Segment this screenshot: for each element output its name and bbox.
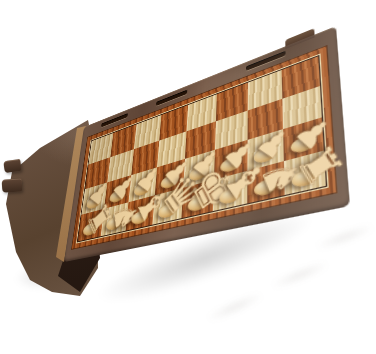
latch-knob <box>3 159 22 173</box>
piece-cast-shadow <box>191 282 279 331</box>
piece-cast-shadow <box>256 252 345 299</box>
pieces-layer: ♟♟♟♟♟♟♟♟♜♞♝♛♚♝♞♜ <box>64 26 350 262</box>
open-board-half: ♟♟♟♟♟♟♟♟♜♞♝♛♚♝♞♜ <box>64 26 350 262</box>
piece-cast-shadow <box>300 215 376 259</box>
latch-knob <box>2 178 23 192</box>
product-photo-scene: ♟♟♟♟♟♟♟♟♜♞♝♛♚♝♞♜ <box>0 0 376 354</box>
